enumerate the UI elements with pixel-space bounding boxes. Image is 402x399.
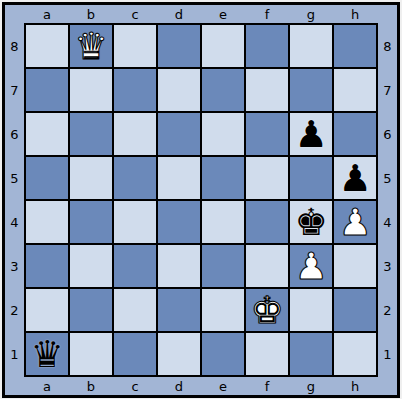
square-b1[interactable] — [70, 333, 112, 375]
square-f8[interactable] — [246, 25, 288, 67]
square-b8[interactable]: ♛ — [70, 25, 112, 67]
square-d8[interactable] — [158, 25, 200, 67]
white-king[interactable]: ♚ — [250, 292, 283, 329]
square-c6[interactable] — [114, 113, 156, 155]
square-c7[interactable] — [114, 69, 156, 111]
square-a6[interactable] — [26, 113, 68, 155]
square-d4[interactable] — [158, 201, 200, 243]
square-c3[interactable] — [114, 245, 156, 287]
square-h8[interactable] — [334, 25, 376, 67]
square-e2[interactable] — [202, 289, 244, 331]
corner-top-right — [378, 5, 397, 23]
rank-label-5: 5 — [5, 157, 24, 199]
square-b4[interactable] — [70, 201, 112, 243]
square-c2[interactable] — [114, 289, 156, 331]
diagram-outer-edge: abcdefgh 87654321 ♛♟♟♚♟♟♚♛ 87654321 abcd… — [0, 0, 402, 399]
square-b3[interactable] — [70, 245, 112, 287]
square-g5[interactable] — [290, 157, 332, 199]
square-b7[interactable] — [70, 69, 112, 111]
rank-label-7: 7 — [378, 69, 397, 111]
corner-top-left — [5, 5, 24, 23]
file-label-d: d — [158, 379, 200, 394]
square-e3[interactable] — [202, 245, 244, 287]
file-label-b: b — [70, 7, 112, 22]
square-f5[interactable] — [246, 157, 288, 199]
square-c5[interactable] — [114, 157, 156, 199]
square-d2[interactable] — [158, 289, 200, 331]
rank-label-4: 4 — [378, 201, 397, 243]
square-h2[interactable] — [334, 289, 376, 331]
square-a2[interactable] — [26, 289, 68, 331]
square-h4[interactable]: ♟ — [334, 201, 376, 243]
square-g1[interactable] — [290, 333, 332, 375]
rank-label-3: 3 — [5, 245, 24, 287]
chess-diagram-frame: abcdefgh 87654321 ♛♟♟♚♟♟♚♛ 87654321 abcd… — [2, 2, 400, 398]
rank-label-1: 1 — [378, 333, 397, 375]
square-e4[interactable] — [202, 201, 244, 243]
rank-labels-left: 87654321 — [5, 23, 24, 377]
file-label-g: g — [290, 379, 332, 394]
chess-board: ♛♟♟♚♟♟♚♛ — [24, 23, 378, 377]
square-g4[interactable]: ♚ — [290, 201, 332, 243]
file-labels-bottom: abcdefgh — [24, 377, 378, 395]
square-d7[interactable] — [158, 69, 200, 111]
square-h5[interactable]: ♟ — [334, 157, 376, 199]
square-f7[interactable] — [246, 69, 288, 111]
file-label-e: e — [202, 379, 244, 394]
square-g6[interactable]: ♟ — [290, 113, 332, 155]
rank-label-3: 3 — [378, 245, 397, 287]
rank-label-5: 5 — [378, 157, 397, 199]
square-f4[interactable] — [246, 201, 288, 243]
square-b5[interactable] — [70, 157, 112, 199]
corner-bottom-right — [378, 377, 397, 395]
square-e1[interactable] — [202, 333, 244, 375]
rank-label-1: 1 — [5, 333, 24, 375]
file-label-f: f — [246, 379, 288, 394]
file-label-a: a — [26, 379, 68, 394]
square-f3[interactable] — [246, 245, 288, 287]
file-label-d: d — [158, 7, 200, 22]
square-d5[interactable] — [158, 157, 200, 199]
rank-label-6: 6 — [378, 113, 397, 155]
square-g7[interactable] — [290, 69, 332, 111]
rank-label-8: 8 — [378, 25, 397, 67]
file-label-g: g — [290, 7, 332, 22]
square-c1[interactable] — [114, 333, 156, 375]
square-a8[interactable] — [26, 25, 68, 67]
square-d6[interactable] — [158, 113, 200, 155]
square-e5[interactable] — [202, 157, 244, 199]
square-f6[interactable] — [246, 113, 288, 155]
square-g8[interactable] — [290, 25, 332, 67]
rank-labels-right: 87654321 — [378, 23, 397, 377]
file-label-c: c — [114, 379, 156, 394]
square-d1[interactable] — [158, 333, 200, 375]
square-c8[interactable] — [114, 25, 156, 67]
square-a5[interactable] — [26, 157, 68, 199]
rank-label-2: 2 — [5, 289, 24, 331]
square-f2[interactable]: ♚ — [246, 289, 288, 331]
square-h3[interactable] — [334, 245, 376, 287]
square-a4[interactable] — [26, 201, 68, 243]
square-b2[interactable] — [70, 289, 112, 331]
file-label-b: b — [70, 379, 112, 394]
square-e7[interactable] — [202, 69, 244, 111]
rank-label-8: 8 — [5, 25, 24, 67]
rank-label-2: 2 — [378, 289, 397, 331]
file-label-f: f — [246, 7, 288, 22]
square-g3[interactable]: ♟ — [290, 245, 332, 287]
square-h7[interactable] — [334, 69, 376, 111]
square-h6[interactable] — [334, 113, 376, 155]
white-queen[interactable]: ♛ — [74, 28, 107, 65]
rank-label-4: 4 — [5, 201, 24, 243]
square-a3[interactable] — [26, 245, 68, 287]
file-label-h: h — [334, 7, 376, 22]
square-a7[interactable] — [26, 69, 68, 111]
rank-label-7: 7 — [5, 69, 24, 111]
black-pawn[interactable]: ♟ — [294, 116, 327, 153]
corner-bottom-left — [5, 377, 24, 395]
black-pawn[interactable]: ♟ — [338, 160, 371, 197]
square-f1[interactable] — [246, 333, 288, 375]
square-b6[interactable] — [70, 113, 112, 155]
black-king[interactable]: ♚ — [294, 204, 327, 241]
square-e6[interactable] — [202, 113, 244, 155]
file-labels-top: abcdefgh — [24, 5, 378, 23]
square-c4[interactable] — [114, 201, 156, 243]
file-label-a: a — [26, 7, 68, 22]
square-a1[interactable]: ♛ — [26, 333, 68, 375]
square-d3[interactable] — [158, 245, 200, 287]
black-queen[interactable]: ♛ — [30, 336, 63, 373]
file-label-h: h — [334, 379, 376, 394]
square-e8[interactable] — [202, 25, 244, 67]
rank-label-6: 6 — [5, 113, 24, 155]
file-label-e: e — [202, 7, 244, 22]
white-pawn[interactable]: ♟ — [338, 204, 371, 241]
square-h1[interactable] — [334, 333, 376, 375]
white-pawn[interactable]: ♟ — [294, 248, 327, 285]
square-g2[interactable] — [290, 289, 332, 331]
file-label-c: c — [114, 7, 156, 22]
